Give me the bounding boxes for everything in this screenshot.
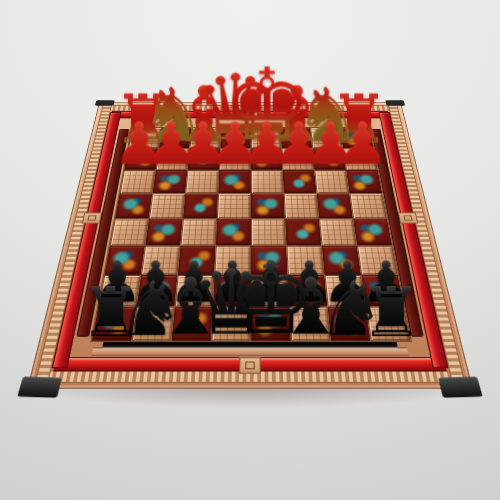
square-h4[interactable]: [353, 219, 392, 246]
board-foot-bottom-left: [17, 377, 62, 398]
meander-tab-top: [242, 110, 257, 118]
red-inlay-band-bottom: [53, 357, 447, 371]
piece-anchor: ♟: [343, 148, 378, 170]
black-rook-h1[interactable]: ♜: [361, 278, 422, 346]
square-b4[interactable]: [145, 219, 183, 246]
square-c4[interactable]: [180, 219, 217, 246]
meander-tab-bottom: [239, 357, 261, 374]
board-grid: ♜♞♝♛♚♝♞♜♟♟♟♟♟♟♟♟♟♟♟♟♟♟♟♟♜♞♝♛♚♝♞♜: [90, 127, 412, 342]
board-foot-top-left: [95, 100, 115, 105]
meander-tab-right: [398, 212, 419, 223]
front-groove-lines: [91, 347, 408, 356]
square-g4[interactable]: [319, 219, 357, 246]
piece-anchor: ♚: [251, 307, 291, 341]
square-a4[interactable]: [110, 219, 149, 246]
piece-anchor: ♜: [366, 307, 411, 341]
board-foot-top-right: [385, 100, 405, 105]
meander-border-bottom: [35, 370, 466, 383]
photo-background: ♜♞♝♛♚♝♞♜♟♟♟♟♟♟♟♟♟♟♟♟♟♟♟♟♜♞♝♛♚♝♞♜: [0, 0, 500, 500]
black-king-e1[interactable]: ♚: [227, 249, 316, 348]
meander-tab-left: [82, 212, 103, 223]
board-foot-bottom-right: [438, 377, 483, 398]
chess-board: ♜♞♝♛♚♝♞♜♟♟♟♟♟♟♟♟♟♟♟♟♟♟♟♟♜♞♝♛♚♝♞♜: [27, 102, 473, 388]
